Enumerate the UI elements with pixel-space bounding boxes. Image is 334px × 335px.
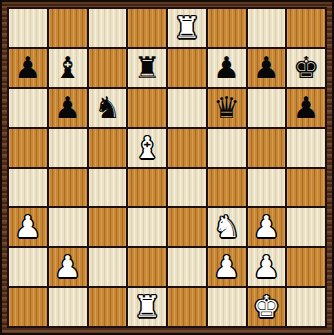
- square-c1[interactable]: [89, 288, 127, 326]
- square-h2[interactable]: [287, 248, 325, 286]
- square-b6[interactable]: ♟: [49, 89, 87, 127]
- square-g1[interactable]: ♚: [248, 288, 286, 326]
- square-f1[interactable]: [208, 288, 246, 326]
- square-h6[interactable]: ♟: [287, 89, 325, 127]
- square-b5[interactable]: [49, 129, 87, 167]
- square-d4[interactable]: [128, 169, 166, 207]
- black-rook-d7: ♜: [134, 53, 161, 83]
- square-b2[interactable]: ♟: [49, 248, 87, 286]
- square-h7[interactable]: ♚: [287, 49, 325, 87]
- square-f3[interactable]: ♞: [208, 208, 246, 246]
- square-a5[interactable]: [9, 129, 47, 167]
- square-h4[interactable]: [287, 169, 325, 207]
- square-e7[interactable]: [168, 49, 206, 87]
- black-pawn-g7: ♟: [253, 53, 280, 83]
- square-c8[interactable]: [89, 9, 127, 47]
- square-b1[interactable]: [49, 288, 87, 326]
- white-rook-d1: ♜: [134, 292, 161, 322]
- black-pawn-h6: ♟: [293, 93, 320, 123]
- black-queen-f6: ♛: [213, 93, 240, 123]
- square-c4[interactable]: [89, 169, 127, 207]
- square-f8[interactable]: [208, 9, 246, 47]
- square-c7[interactable]: [89, 49, 127, 87]
- square-g2[interactable]: ♟: [248, 248, 286, 286]
- square-a7[interactable]: ♟: [9, 49, 47, 87]
- black-king-h7: ♚: [293, 53, 320, 83]
- board-frame: ♜♟♝♜♟♟♚♟♞♛♟♝♟♞♟♟♟♟♜♚: [0, 0, 334, 335]
- square-d5[interactable]: ♝: [128, 129, 166, 167]
- white-king-g1: ♚: [253, 292, 280, 322]
- square-f4[interactable]: [208, 169, 246, 207]
- square-f5[interactable]: [208, 129, 246, 167]
- black-knight-c6: ♞: [94, 93, 121, 123]
- square-d2[interactable]: [128, 248, 166, 286]
- square-d6[interactable]: [128, 89, 166, 127]
- square-g6[interactable]: [248, 89, 286, 127]
- square-b3[interactable]: [49, 208, 87, 246]
- square-c6[interactable]: ♞: [89, 89, 127, 127]
- square-f2[interactable]: ♟: [208, 248, 246, 286]
- square-h8[interactable]: [287, 9, 325, 47]
- white-rook-e8: ♜: [173, 13, 200, 43]
- square-d8[interactable]: [128, 9, 166, 47]
- square-b7[interactable]: ♝: [49, 49, 87, 87]
- square-e1[interactable]: [168, 288, 206, 326]
- white-pawn-g3: ♟: [253, 212, 280, 242]
- square-f7[interactable]: ♟: [208, 49, 246, 87]
- square-h1[interactable]: [287, 288, 325, 326]
- square-h5[interactable]: [287, 129, 325, 167]
- black-bishop-b7: ♝: [54, 53, 81, 83]
- square-e4[interactable]: [168, 169, 206, 207]
- square-a1[interactable]: [9, 288, 47, 326]
- square-a2[interactable]: [9, 248, 47, 286]
- square-d3[interactable]: [128, 208, 166, 246]
- square-e8[interactable]: ♜: [168, 9, 206, 47]
- square-c3[interactable]: [89, 208, 127, 246]
- square-h3[interactable]: [287, 208, 325, 246]
- square-g4[interactable]: [248, 169, 286, 207]
- square-e5[interactable]: [168, 129, 206, 167]
- white-bishop-d5: ♝: [134, 133, 161, 163]
- square-a6[interactable]: [9, 89, 47, 127]
- square-g5[interactable]: [248, 129, 286, 167]
- square-g3[interactable]: ♟: [248, 208, 286, 246]
- white-pawn-f2: ♟: [213, 252, 240, 282]
- black-pawn-f7: ♟: [213, 53, 240, 83]
- square-d1[interactable]: ♜: [128, 288, 166, 326]
- square-f6[interactable]: ♛: [208, 89, 246, 127]
- square-b8[interactable]: [49, 9, 87, 47]
- square-a8[interactable]: [9, 9, 47, 47]
- white-pawn-b2: ♟: [54, 252, 81, 282]
- chess-board: ♜♟♝♜♟♟♚♟♞♛♟♝♟♞♟♟♟♟♜♚: [7, 7, 327, 328]
- square-b4[interactable]: [49, 169, 87, 207]
- square-a3[interactable]: ♟: [9, 208, 47, 246]
- square-e2[interactable]: [168, 248, 206, 286]
- square-e6[interactable]: [168, 89, 206, 127]
- square-a4[interactable]: [9, 169, 47, 207]
- square-d7[interactable]: ♜: [128, 49, 166, 87]
- square-g8[interactable]: [248, 9, 286, 47]
- square-e3[interactable]: [168, 208, 206, 246]
- square-g7[interactable]: ♟: [248, 49, 286, 87]
- square-c2[interactable]: [89, 248, 127, 286]
- white-pawn-g2: ♟: [253, 252, 280, 282]
- white-knight-f3: ♞: [213, 212, 240, 242]
- white-pawn-a3: ♟: [14, 212, 41, 242]
- black-pawn-a7: ♟: [14, 53, 41, 83]
- black-pawn-b6: ♟: [54, 93, 81, 123]
- square-c5[interactable]: [89, 129, 127, 167]
